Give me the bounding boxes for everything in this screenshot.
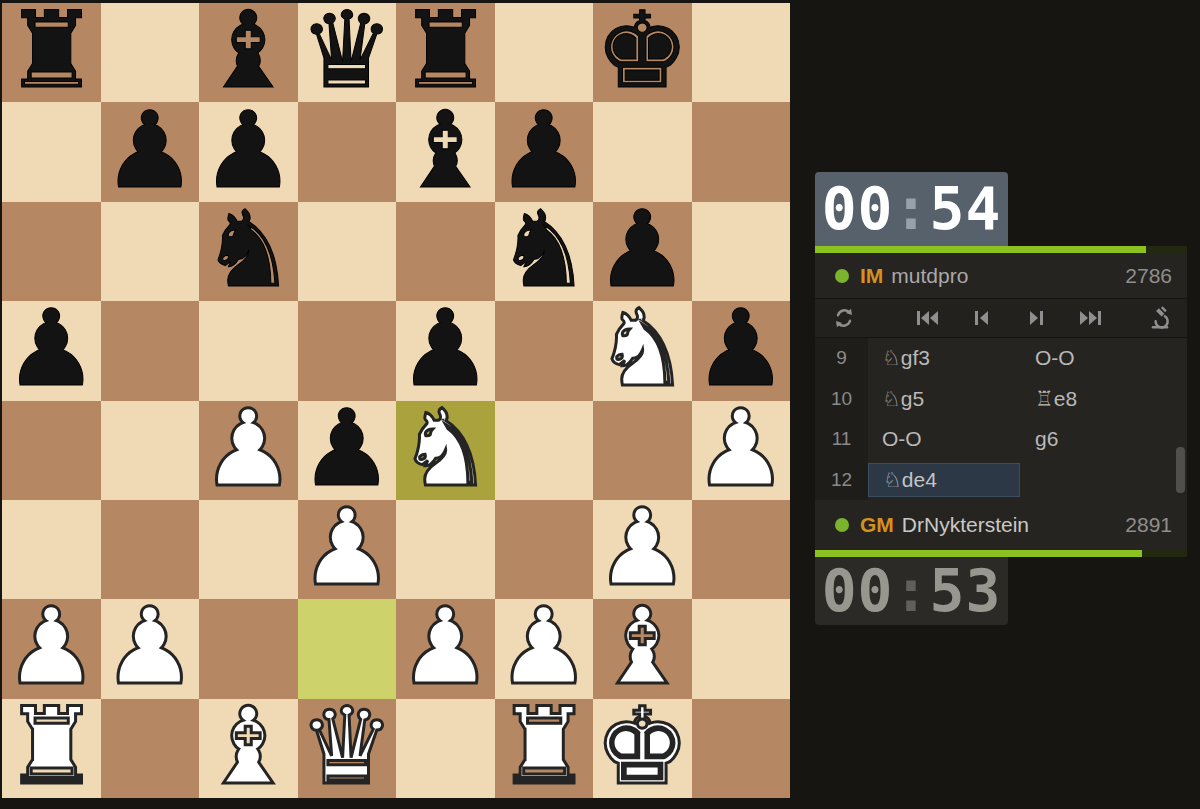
piece-black-queen[interactable]: ♛ <box>299 1 394 100</box>
move-san: g6 <box>1035 427 1058 451</box>
move-white[interactable]: O-O <box>868 419 1020 460</box>
square-c1[interactable]: ♝ <box>199 699 298 798</box>
piece-white-knight[interactable]: ♞ <box>595 299 690 398</box>
square-c3[interactable] <box>199 500 298 599</box>
piece-black-rook[interactable]: ♜ <box>4 1 99 100</box>
move-white-current[interactable]: ♘de4 <box>868 463 1020 497</box>
piece-white-pawn[interactable]: ♟ <box>102 597 197 696</box>
square-c4[interactable]: ♟ <box>199 401 298 500</box>
square-b1[interactable] <box>101 699 200 798</box>
player-title: GM <box>860 513 894 537</box>
square-e6[interactable] <box>396 202 495 301</box>
square-f8[interactable] <box>495 3 594 102</box>
square-e4[interactable]: ♞ <box>396 401 495 500</box>
square-d7[interactable] <box>298 102 397 201</box>
move-number: 10 <box>815 379 868 420</box>
square-h1[interactable] <box>692 699 791 798</box>
move-number: 12 <box>815 460 868 501</box>
move-row: 12♘de4 <box>815 460 1187 501</box>
square-a1[interactable]: ♜ <box>2 699 101 798</box>
square-g4[interactable] <box>593 401 692 500</box>
piece-black-rook[interactable]: ♜ <box>398 1 493 100</box>
go-next-icon <box>1026 307 1046 329</box>
piece-black-bishop[interactable]: ♝ <box>398 101 493 200</box>
replay-toolbar <box>815 298 1187 338</box>
square-d1[interactable]: ♛ <box>298 699 397 798</box>
flip-board-button[interactable] <box>831 305 857 331</box>
piece-white-bishop[interactable]: ♝ <box>201 697 296 796</box>
square-d3[interactable]: ♟ <box>298 500 397 599</box>
move-san: O-O <box>868 427 922 451</box>
move-white[interactable]: ♘g5 <box>868 379 1020 420</box>
square-g2[interactable]: ♝ <box>593 599 692 698</box>
piece-white-pawn[interactable]: ♟ <box>201 399 296 498</box>
square-a6[interactable] <box>2 202 101 301</box>
clock-digit: 0 <box>858 175 894 243</box>
square-e2[interactable]: ♟ <box>396 599 495 698</box>
piece-black-pawn[interactable]: ♟ <box>693 299 788 398</box>
piece-white-rook[interactable]: ♜ <box>496 697 591 796</box>
player-name[interactable]: mutdpro <box>891 264 968 288</box>
square-b2[interactable]: ♟ <box>101 599 200 698</box>
clock-digit: 5 <box>929 557 965 625</box>
piece-black-bishop[interactable]: ♝ <box>201 1 296 100</box>
square-a8[interactable]: ♜ <box>2 3 101 102</box>
piece-black-pawn[interactable]: ♟ <box>496 101 591 200</box>
piece-white-pawn[interactable]: ♟ <box>4 597 99 696</box>
piece-white-pawn[interactable]: ♟ <box>299 498 394 597</box>
square-h3[interactable] <box>692 500 791 599</box>
piece-white-pawn[interactable]: ♟ <box>398 597 493 696</box>
square-f5[interactable] <box>495 301 594 400</box>
piece-white-pawn[interactable]: ♟ <box>496 597 591 696</box>
square-b4[interactable] <box>101 401 200 500</box>
move-san: O-O <box>1035 346 1075 370</box>
go-first-button[interactable] <box>915 305 941 331</box>
move-san: ♖e8 <box>1035 387 1077 411</box>
clock-digit: 0 <box>822 557 858 625</box>
analysis-microscope-icon <box>1148 306 1172 330</box>
square-e7[interactable]: ♝ <box>396 102 495 201</box>
square-f2[interactable]: ♟ <box>495 599 594 698</box>
move-list-scrollbar[interactable] <box>1176 447 1185 493</box>
piece-black-king[interactable]: ♚ <box>595 1 690 100</box>
square-b7[interactable]: ♟ <box>101 102 200 201</box>
progress-fill-top <box>815 246 1146 253</box>
square-d6[interactable] <box>298 202 397 301</box>
move-san: ♘g5 <box>868 387 924 411</box>
square-c8[interactable]: ♝ <box>199 3 298 102</box>
clock-bottom: 00:53 <box>815 557 1008 625</box>
square-f6[interactable]: ♞ <box>495 202 594 301</box>
move-row: 9♘gf3O-O <box>815 338 1187 379</box>
piece-black-pawn[interactable]: ♟ <box>299 399 394 498</box>
square-h2[interactable] <box>692 599 791 698</box>
piece-white-king[interactable]: ♚ <box>595 697 690 796</box>
square-h8[interactable] <box>692 3 791 102</box>
square-c5[interactable] <box>199 301 298 400</box>
move-white[interactable]: ♘gf3 <box>868 338 1020 379</box>
clock-colon: : <box>894 557 930 625</box>
progress-bar-top <box>815 246 1187 253</box>
player-rating: 2891 <box>1125 513 1172 537</box>
piece-black-knight[interactable]: ♞ <box>496 200 591 299</box>
square-f1[interactable]: ♜ <box>495 699 594 798</box>
square-h5[interactable]: ♟ <box>692 301 791 400</box>
go-last-button[interactable] <box>1077 305 1103 331</box>
player-row-top: IM mutdpro 2786 <box>815 253 1187 298</box>
online-dot <box>835 269 849 283</box>
piece-black-pawn[interactable]: ♟ <box>102 101 197 200</box>
piece-white-pawn[interactable]: ♟ <box>595 498 690 597</box>
square-g7[interactable] <box>593 102 692 201</box>
square-g6[interactable]: ♟ <box>593 202 692 301</box>
piece-white-pawn[interactable]: ♟ <box>693 399 788 498</box>
progress-fill-bottom <box>815 550 1142 557</box>
move-san: ♘gf3 <box>868 346 930 370</box>
piece-white-knight[interactable]: ♞ <box>398 399 493 498</box>
piece-black-pawn[interactable]: ♟ <box>398 299 493 398</box>
player-name[interactable]: DrNykterstein <box>902 513 1029 537</box>
move-number: 9 <box>815 338 868 379</box>
piece-white-bishop[interactable]: ♝ <box>595 597 690 696</box>
clock-top: 00:54 <box>815 172 1008 246</box>
go-first-icon <box>916 307 940 329</box>
square-h4[interactable]: ♟ <box>692 401 791 500</box>
piece-black-pawn[interactable]: ♟ <box>595 200 690 299</box>
square-c6[interactable]: ♞ <box>199 202 298 301</box>
clock-digit: 0 <box>822 175 858 243</box>
square-d5[interactable] <box>298 301 397 400</box>
square-e5[interactable]: ♟ <box>396 301 495 400</box>
move-black[interactable]: O-O <box>1020 338 1187 379</box>
square-b5[interactable] <box>101 301 200 400</box>
clock-digit: 0 <box>858 557 894 625</box>
move-row: 10♘g5♖e8 <box>815 379 1187 420</box>
progress-bar-bottom <box>815 550 1187 557</box>
square-b3[interactable] <box>101 500 200 599</box>
square-a3[interactable] <box>2 500 101 599</box>
go-next-button[interactable] <box>1023 305 1049 331</box>
chess-board: ♜♝♛♜♚♟♟♝♟♞♞♟♟♟♞♟♟♟♞♟♟♟♟♟♟♟♝♜♝♛♜♚ <box>2 3 790 798</box>
go-previous-icon <box>972 307 992 329</box>
clock-digit: 5 <box>929 175 965 243</box>
piece-white-queen[interactable]: ♛ <box>299 697 394 796</box>
square-b8[interactable] <box>101 3 200 102</box>
piece-black-knight[interactable]: ♞ <box>201 200 296 299</box>
nav-group <box>901 305 1103 331</box>
player-rating: 2786 <box>1125 264 1172 288</box>
square-c2[interactable] <box>199 599 298 698</box>
square-h7[interactable] <box>692 102 791 201</box>
flip-board-icon <box>832 306 856 330</box>
square-b6[interactable] <box>101 202 200 301</box>
piece-black-pawn[interactable]: ♟ <box>4 299 99 398</box>
square-h6[interactable] <box>692 202 791 301</box>
clock-digit: 4 <box>965 175 1001 243</box>
square-e1[interactable] <box>396 699 495 798</box>
square-c7[interactable]: ♟ <box>199 102 298 201</box>
move-san: ♘de4 <box>869 468 937 492</box>
player-title: IM <box>860 264 883 288</box>
go-last-icon <box>1078 307 1102 329</box>
clock-digit: 3 <box>965 557 1001 625</box>
piece-white-rook[interactable]: ♜ <box>4 697 99 796</box>
square-f4[interactable] <box>495 401 594 500</box>
game-page: ♜♝♛♜♚♟♟♝♟♞♞♟♟♟♞♟♟♟♞♟♟♟♟♟♟♟♝♜♝♛♜♚ 00:54 I… <box>0 0 1200 809</box>
square-d2[interactable] <box>298 599 397 698</box>
square-a5[interactable]: ♟ <box>2 301 101 400</box>
piece-black-pawn[interactable]: ♟ <box>201 101 296 200</box>
player-row-bottom: GM DrNykterstein 2891 <box>815 500 1187 550</box>
move-list: 9♘gf3O-O10♘g5♖e811O-Og612♘de4 <box>815 338 1187 500</box>
square-d8[interactable]: ♛ <box>298 3 397 102</box>
square-a7[interactable] <box>2 102 101 201</box>
clock-colon: : <box>894 175 930 243</box>
go-previous-button[interactable] <box>969 305 995 331</box>
move-black[interactable]: g6 <box>1020 419 1187 460</box>
square-a2[interactable]: ♟ <box>2 599 101 698</box>
square-g5[interactable]: ♞ <box>593 301 692 400</box>
square-e3[interactable] <box>396 500 495 599</box>
square-g8[interactable]: ♚ <box>593 3 692 102</box>
square-a4[interactable] <box>2 401 101 500</box>
square-g3[interactable]: ♟ <box>593 500 692 599</box>
online-dot <box>835 518 849 532</box>
square-f7[interactable]: ♟ <box>495 102 594 201</box>
move-black[interactable]: ♖e8 <box>1020 379 1187 420</box>
square-e8[interactable]: ♜ <box>396 3 495 102</box>
move-row: 11O-Og6 <box>815 419 1187 460</box>
square-g1[interactable]: ♚ <box>593 699 692 798</box>
square-d4[interactable]: ♟ <box>298 401 397 500</box>
square-f3[interactable] <box>495 500 594 599</box>
move-number: 11 <box>815 419 868 460</box>
analysis-button[interactable] <box>1147 305 1173 331</box>
move-black <box>1020 460 1187 501</box>
